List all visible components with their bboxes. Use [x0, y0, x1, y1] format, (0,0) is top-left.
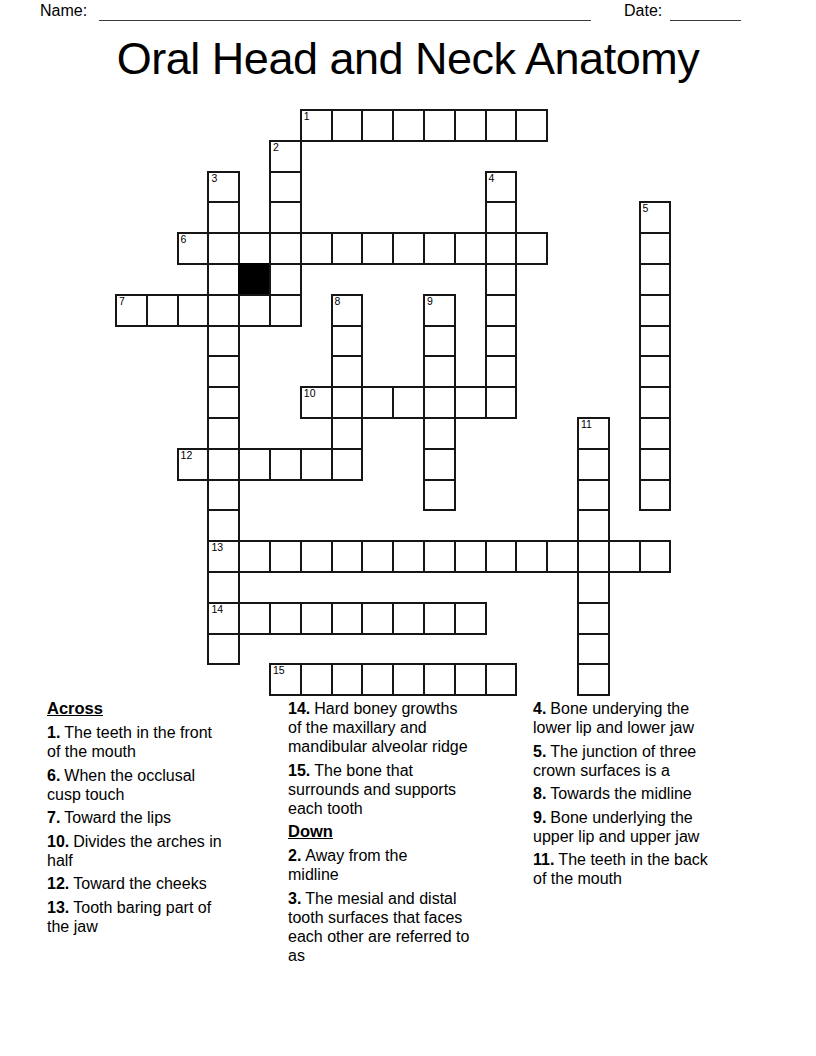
cell-r14c14[interactable] — [546, 540, 579, 573]
clue-text: Bone underying the lower lip and lower j… — [533, 700, 694, 736]
cell-number: 13 — [211, 542, 223, 553]
cell-r11c7[interactable] — [331, 448, 364, 481]
page-title: Oral Head and Neck Anatomy — [0, 33, 816, 85]
cell-r14c5[interactable] — [269, 540, 302, 573]
clue-text: Toward the lips — [64, 809, 171, 826]
clue-text: The teeth in the back of the mouth — [533, 851, 708, 887]
cell-r4c9[interactable] — [392, 232, 425, 265]
clue-item-15: 15.The bone that surrounds and supports … — [288, 761, 532, 818]
cell-r7c3[interactable] — [207, 325, 240, 358]
cell-r16c5[interactable] — [269, 602, 302, 635]
cell-r18c15[interactable] — [577, 663, 610, 696]
cell-r15c15[interactable] — [577, 571, 610, 604]
cell-r13c3[interactable] — [207, 509, 240, 542]
cell-r4c10[interactable] — [423, 232, 456, 265]
cell-r0c9[interactable] — [392, 109, 425, 142]
cell-r8c7[interactable] — [331, 355, 364, 388]
clue-text: Toward the cheeks — [73, 875, 206, 892]
clue-number: 14. — [288, 700, 310, 717]
cell-r14c4[interactable] — [238, 540, 271, 573]
clue-text: Tooth baring part of the jaw — [47, 899, 211, 935]
cell-r9c12[interactable] — [485, 386, 518, 419]
cell-r18c12[interactable] — [485, 663, 518, 696]
clue-number: 6. — [47, 767, 60, 784]
clue-text: Towards the midline — [550, 785, 691, 802]
name-blank-line[interactable] — [99, 0, 591, 21]
cell-r9c9[interactable] — [392, 386, 425, 419]
cell-number: 9 — [427, 296, 433, 307]
cell-r5c17[interactable] — [639, 263, 672, 296]
cell-r0c10[interactable] — [423, 109, 456, 142]
cell-r14c16[interactable] — [608, 540, 641, 573]
clue-text: Divides the arches in half — [47, 833, 222, 869]
clue-item-9: 9.Bone underlying the upper lip and uppe… — [533, 808, 773, 846]
cell-r2c3[interactable]: 3 — [207, 171, 240, 204]
cell-r3c17[interactable]: 5 — [639, 201, 672, 234]
cell-r11c15[interactable] — [577, 448, 610, 481]
cell-r7c12[interactable] — [485, 325, 518, 358]
clue-number: 12. — [47, 875, 69, 892]
cell-r11c5[interactable] — [269, 448, 302, 481]
cell-r6c4[interactable] — [238, 294, 271, 327]
cell-number: 2 — [273, 142, 279, 153]
clue-number: 1. — [47, 724, 60, 741]
clue-number: 2. — [288, 847, 301, 864]
cell-r11c6[interactable] — [300, 448, 333, 481]
cell-r14c11[interactable] — [454, 540, 487, 573]
cell-r7c17[interactable] — [639, 325, 672, 358]
cell-r0c7[interactable] — [331, 109, 364, 142]
clue-number: 7. — [47, 809, 60, 826]
cell-r9c3[interactable] — [207, 386, 240, 419]
cell-number: 8 — [335, 296, 341, 307]
cell-r17c3[interactable] — [207, 633, 240, 666]
clue-number: 4. — [533, 700, 546, 717]
clue-column-down: 4.Bone underying the lower lip and lower… — [533, 699, 773, 893]
cell-r18c8[interactable] — [361, 663, 394, 696]
clue-text: Bone underlying the upper lip and upper … — [533, 809, 699, 845]
cell-r0c12[interactable] — [485, 109, 518, 142]
cell-r1c5[interactable]: 2 — [269, 140, 302, 173]
cell-r18c6[interactable] — [300, 663, 333, 696]
cell-r16c10[interactable] — [423, 602, 456, 635]
across-header: Across — [47, 699, 285, 718]
cell-r4c4[interactable] — [238, 232, 271, 265]
clue-number: 3. — [288, 890, 301, 907]
cell-r6c12[interactable] — [485, 294, 518, 327]
clue-item-3: 3.The mesial and distal tooth surfaces t… — [288, 889, 532, 965]
cell-r4c17[interactable] — [639, 232, 672, 265]
clue-number: 15. — [288, 762, 310, 779]
clue-item-1: 1.The teeth in the front of the mouth — [47, 723, 285, 761]
cell-r4c5[interactable] — [269, 232, 302, 265]
cell-r9c10[interactable] — [423, 386, 456, 419]
cell-r12c3[interactable] — [207, 479, 240, 512]
clue-number: 10. — [47, 833, 69, 850]
cell-r5c5[interactable] — [269, 263, 302, 296]
cell-r5c3[interactable] — [207, 263, 240, 296]
cell-r3c12[interactable] — [485, 201, 518, 234]
page: { "game": "crossword", "title": "Oral He… — [0, 0, 816, 1056]
cell-r6c1[interactable] — [146, 294, 179, 327]
name-label: Name: — [40, 2, 87, 20]
cell-r4c12[interactable] — [485, 232, 518, 265]
cell-r6c7[interactable]: 8 — [331, 294, 364, 327]
cell-r10c15[interactable]: 11 — [577, 417, 610, 450]
cell-r16c9[interactable] — [392, 602, 425, 635]
cell-number: 5 — [643, 203, 649, 214]
down-header: Down — [288, 822, 532, 841]
cell-r16c4[interactable] — [238, 602, 271, 635]
cell-number: 1 — [304, 111, 310, 122]
cell-r11c2[interactable]: 12 — [177, 448, 210, 481]
cell-number: 12 — [181, 450, 193, 461]
crossword-grid: 123456789101112131415 — [115, 109, 675, 699]
cell-r11c4[interactable] — [238, 448, 271, 481]
clue-number: 8. — [533, 785, 546, 802]
cell-r6c2[interactable] — [177, 294, 210, 327]
clue-column-middle: 14.Hard boney growths of the maxillary a… — [288, 699, 532, 969]
cell-r0c6[interactable]: 1 — [300, 109, 333, 142]
cell-r18c7[interactable] — [331, 663, 364, 696]
cell-r10c10[interactable] — [423, 417, 456, 450]
cell-r16c6[interactable] — [300, 602, 333, 635]
cell-r4c7[interactable] — [331, 232, 364, 265]
cell-r4c11[interactable] — [454, 232, 487, 265]
cell-r8c10[interactable] — [423, 355, 456, 388]
cell-r0c11[interactable] — [454, 109, 487, 142]
cell-r7c10[interactable] — [423, 325, 456, 358]
cell-r9c17[interactable] — [639, 386, 672, 419]
cell-r4c2[interactable]: 6 — [177, 232, 210, 265]
cell-r10c7[interactable] — [331, 417, 364, 450]
clue-item-14: 14.Hard boney growths of the maxillary a… — [288, 699, 532, 756]
cell-r8c17[interactable] — [639, 355, 672, 388]
cell-r18c11[interactable] — [454, 663, 487, 696]
cell-number: 4 — [489, 173, 495, 184]
cell-r9c8[interactable] — [361, 386, 394, 419]
cell-r3c3[interactable] — [207, 201, 240, 234]
clue-text: The mesial and distal tooth surfaces tha… — [288, 890, 469, 964]
cell-r8c3[interactable] — [207, 355, 240, 388]
clue-number: 5. — [533, 743, 546, 760]
clue-item-5: 5.The junction of three crown surfaces i… — [533, 742, 773, 780]
cell-r10c17[interactable] — [639, 417, 672, 450]
cell-r4c3[interactable] — [207, 232, 240, 265]
clue-text: Hard boney growths of the maxillary and … — [288, 700, 468, 755]
cell-number: 11 — [581, 419, 592, 430]
cell-r12c17[interactable] — [639, 479, 672, 512]
cell-r6c3[interactable] — [207, 294, 240, 327]
cell-r2c12[interactable]: 4 — [485, 171, 518, 204]
clue-item-12: 12.Toward the cheeks — [47, 874, 285, 893]
clue-text: The junction of three crown surfaces is … — [533, 743, 696, 779]
cell-r0c13[interactable] — [515, 109, 548, 142]
clue-item-8: 8.Towards the midline — [533, 784, 773, 803]
cell-r6c10[interactable]: 9 — [423, 294, 456, 327]
cell-r14c8[interactable] — [361, 540, 394, 573]
cell-r16c15[interactable] — [577, 602, 610, 635]
clue-text: Away from the midline — [288, 847, 407, 883]
cell-r9c11[interactable] — [454, 386, 487, 419]
cell-number: 6 — [181, 234, 187, 245]
cell-number: 14 — [211, 604, 223, 615]
cell-r16c7[interactable] — [331, 602, 364, 635]
clue-number: 9. — [533, 809, 546, 826]
clue-item-10: 10.Divides the arches in half — [47, 832, 285, 870]
cell-r14c3[interactable]: 13 — [207, 540, 240, 573]
cell-r15c3[interactable] — [207, 571, 240, 604]
cell-r2c5[interactable] — [269, 171, 302, 204]
clue-number: 11. — [533, 851, 554, 868]
cell-r4c13[interactable] — [515, 232, 548, 265]
cell-r14c17[interactable] — [639, 540, 672, 573]
cell-r14c6[interactable] — [300, 540, 333, 573]
cell-number: 15 — [273, 665, 285, 676]
cell-r17c15[interactable] — [577, 633, 610, 666]
cell-r6c0[interactable]: 7 — [115, 294, 148, 327]
clue-item-6: 6.When the occlusal cusp touch — [47, 766, 285, 804]
black-cell-r5c4 — [238, 263, 271, 296]
clue-item-4: 4.Bone underying the lower lip and lower… — [533, 699, 773, 737]
cell-r8c12[interactable] — [485, 355, 518, 388]
cell-r11c10[interactable] — [423, 448, 456, 481]
cell-r11c3[interactable] — [207, 448, 240, 481]
clue-text: The bone that surrounds and supports eac… — [288, 762, 456, 817]
date-blank-line[interactable] — [670, 0, 741, 21]
cell-r14c10[interactable] — [423, 540, 456, 573]
cell-r6c17[interactable] — [639, 294, 672, 327]
cell-r14c7[interactable] — [331, 540, 364, 573]
cell-r10c3[interactable] — [207, 417, 240, 450]
cell-r14c15[interactable] — [577, 540, 610, 573]
cell-r9c7[interactable] — [331, 386, 364, 419]
clue-text: The teeth in the front of the mouth — [47, 724, 212, 760]
cell-r11c17[interactable] — [639, 448, 672, 481]
cell-r12c15[interactable] — [577, 479, 610, 512]
cell-r4c8[interactable] — [361, 232, 394, 265]
cell-number: 7 — [119, 296, 125, 307]
clue-column-across: Across1.The teeth in the front of the mo… — [47, 699, 285, 940]
cell-r14c9[interactable] — [392, 540, 425, 573]
cell-r12c10[interactable] — [423, 479, 456, 512]
cell-r16c11[interactable] — [454, 602, 487, 635]
clue-item-13: 13.Tooth baring part of the jaw — [47, 898, 285, 936]
clue-item-11: 11.The teeth in the back of the mouth — [533, 850, 773, 888]
cell-r0c8[interactable] — [361, 109, 394, 142]
cell-r18c10[interactable] — [423, 663, 456, 696]
cell-r14c13[interactable] — [515, 540, 548, 573]
cell-number: 10 — [304, 388, 316, 399]
cell-r18c5[interactable]: 15 — [269, 663, 302, 696]
cell-r14c12[interactable] — [485, 540, 518, 573]
cell-r3c5[interactable] — [269, 201, 302, 234]
cell-number: 3 — [211, 173, 217, 184]
cell-r9c6[interactable]: 10 — [300, 386, 333, 419]
cell-r7c7[interactable] — [331, 325, 364, 358]
cell-r6c5[interactable] — [269, 294, 302, 327]
clue-text: When the occlusal cusp touch — [47, 767, 195, 803]
cell-r16c3[interactable]: 14 — [207, 602, 240, 635]
cell-r4c6[interactable] — [300, 232, 333, 265]
clue-item-2: 2.Away from the midline — [288, 846, 532, 884]
cell-r5c12[interactable] — [485, 263, 518, 296]
clue-item-7: 7.Toward the lips — [47, 808, 285, 827]
date-label: Date: — [624, 2, 662, 20]
cell-r13c15[interactable] — [577, 509, 610, 542]
cell-r16c8[interactable] — [361, 602, 394, 635]
cell-r18c9[interactable] — [392, 663, 425, 696]
clue-number: 13. — [47, 899, 69, 916]
